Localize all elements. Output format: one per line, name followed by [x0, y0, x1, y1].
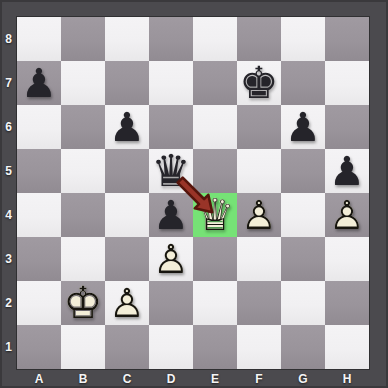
square-f7[interactable]: ♚: [237, 61, 281, 105]
white-king[interactable]: ♚♔: [61, 281, 105, 325]
chessboard-diagram: ♟♚♟♟♛♟♟♛♕♟♙♟♙♟♙♚♔♟♙ 87654321 ABCDEFGH: [0, 0, 388, 388]
square-e3[interactable]: [193, 237, 237, 281]
square-f1[interactable]: [237, 325, 281, 369]
square-d8[interactable]: [149, 17, 193, 61]
square-f3[interactable]: [237, 237, 281, 281]
rank-label-4: 4: [0, 193, 17, 237]
black-pawn[interactable]: ♟: [149, 193, 193, 237]
rank-label-3: 3: [0, 237, 17, 281]
rank-labels: 87654321: [0, 17, 17, 369]
square-d6[interactable]: [149, 105, 193, 149]
rank-label-7: 7: [0, 61, 17, 105]
square-c2[interactable]: ♟♙: [105, 281, 149, 325]
black-king[interactable]: ♚: [237, 61, 281, 105]
file-label-b: B: [61, 369, 105, 388]
board: ♟♚♟♟♛♟♟♛♕♟♙♟♙♟♙♚♔♟♙: [17, 17, 369, 369]
square-e4[interactable]: ♛♕: [193, 193, 237, 237]
square-h1[interactable]: [325, 325, 369, 369]
square-b2[interactable]: ♚♔: [61, 281, 105, 325]
square-b7[interactable]: [61, 61, 105, 105]
file-label-f: F: [237, 369, 281, 388]
square-g6[interactable]: ♟: [281, 105, 325, 149]
square-c6[interactable]: ♟: [105, 105, 149, 149]
square-c3[interactable]: [105, 237, 149, 281]
file-label-e: E: [193, 369, 237, 388]
square-a7[interactable]: ♟: [17, 61, 61, 105]
square-c4[interactable]: [105, 193, 149, 237]
square-g3[interactable]: [281, 237, 325, 281]
white-queen[interactable]: ♛♕: [193, 193, 237, 237]
white-pawn[interactable]: ♟♙: [237, 193, 281, 237]
square-b4[interactable]: [61, 193, 105, 237]
square-h3[interactable]: [325, 237, 369, 281]
square-g5[interactable]: [281, 149, 325, 193]
square-h2[interactable]: [325, 281, 369, 325]
square-g1[interactable]: [281, 325, 325, 369]
square-d1[interactable]: [149, 325, 193, 369]
square-a5[interactable]: [17, 149, 61, 193]
square-d5[interactable]: ♛: [149, 149, 193, 193]
square-c8[interactable]: [105, 17, 149, 61]
square-f8[interactable]: [237, 17, 281, 61]
square-f2[interactable]: [237, 281, 281, 325]
square-f4[interactable]: ♟♙: [237, 193, 281, 237]
file-labels: ABCDEFGH: [17, 369, 369, 388]
square-d4[interactable]: ♟: [149, 193, 193, 237]
square-a2[interactable]: [17, 281, 61, 325]
black-pawn[interactable]: ♟: [105, 105, 149, 149]
square-h8[interactable]: [325, 17, 369, 61]
square-f5[interactable]: [237, 149, 281, 193]
square-a8[interactable]: [17, 17, 61, 61]
square-e2[interactable]: [193, 281, 237, 325]
black-pawn[interactable]: ♟: [17, 61, 61, 105]
black-pawn[interactable]: ♟: [281, 105, 325, 149]
square-g7[interactable]: [281, 61, 325, 105]
square-a6[interactable]: [17, 105, 61, 149]
square-c1[interactable]: [105, 325, 149, 369]
rank-label-5: 5: [0, 149, 17, 193]
white-pawn[interactable]: ♟♙: [325, 193, 369, 237]
black-pawn[interactable]: ♟: [325, 149, 369, 193]
rank-label-8: 8: [0, 17, 17, 61]
rank-label-6: 6: [0, 105, 17, 149]
square-g2[interactable]: [281, 281, 325, 325]
rank-label-1: 1: [0, 325, 17, 369]
square-b3[interactable]: [61, 237, 105, 281]
square-b8[interactable]: [61, 17, 105, 61]
file-label-h: H: [325, 369, 369, 388]
square-c7[interactable]: [105, 61, 149, 105]
square-h5[interactable]: ♟: [325, 149, 369, 193]
square-e8[interactable]: [193, 17, 237, 61]
square-h4[interactable]: ♟♙: [325, 193, 369, 237]
square-a4[interactable]: [17, 193, 61, 237]
square-b5[interactable]: [61, 149, 105, 193]
square-e6[interactable]: [193, 105, 237, 149]
square-g8[interactable]: [281, 17, 325, 61]
square-d7[interactable]: [149, 61, 193, 105]
square-e7[interactable]: [193, 61, 237, 105]
square-b6[interactable]: [61, 105, 105, 149]
square-b1[interactable]: [61, 325, 105, 369]
white-pawn[interactable]: ♟♙: [105, 281, 149, 325]
black-queen[interactable]: ♛: [149, 149, 193, 193]
square-a3[interactable]: [17, 237, 61, 281]
square-d2[interactable]: [149, 281, 193, 325]
white-pawn[interactable]: ♟♙: [149, 237, 193, 281]
file-label-c: C: [105, 369, 149, 388]
square-c5[interactable]: [105, 149, 149, 193]
square-g4[interactable]: [281, 193, 325, 237]
square-h6[interactable]: [325, 105, 369, 149]
file-label-d: D: [149, 369, 193, 388]
rank-label-2: 2: [0, 281, 17, 325]
file-label-a: A: [17, 369, 61, 388]
square-h7[interactable]: [325, 61, 369, 105]
file-label-g: G: [281, 369, 325, 388]
square-f6[interactable]: [237, 105, 281, 149]
square-e5[interactable]: [193, 149, 237, 193]
square-e1[interactable]: [193, 325, 237, 369]
square-a1[interactable]: [17, 325, 61, 369]
square-d3[interactable]: ♟♙: [149, 237, 193, 281]
